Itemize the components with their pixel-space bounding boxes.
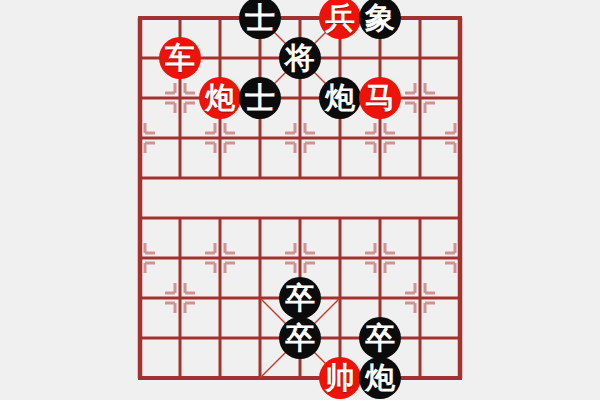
piece-black-advisor-1[interactable]: 士 <box>239 0 281 39</box>
piece-black-soldier-3[interactable]: 卒 <box>359 317 401 359</box>
piece-black-advisor-2[interactable]: 士 <box>239 77 281 119</box>
xiangqi-board: 士兵象车将炮士炮马卒卒卒帅炮 <box>0 0 600 400</box>
piece-black-soldier-1[interactable]: 卒 <box>279 277 321 319</box>
piece-red-cannon-1[interactable]: 炮 <box>199 77 241 119</box>
piece-black-soldier-2[interactable]: 卒 <box>279 317 321 359</box>
piece-red-soldier-1[interactable]: 兵 <box>319 0 361 39</box>
piece-black-elephant-1[interactable]: 象 <box>359 0 401 39</box>
piece-red-general[interactable]: 帅 <box>319 357 361 399</box>
piece-black-cannon-1[interactable]: 炮 <box>319 77 361 119</box>
piece-red-horse-1[interactable]: 马 <box>359 77 401 119</box>
piece-red-chariot-1[interactable]: 车 <box>159 37 201 79</box>
piece-black-general[interactable]: 将 <box>279 37 321 79</box>
piece-black-cannon-2[interactable]: 炮 <box>359 357 401 399</box>
board-intersections: 士兵象车将炮士炮马卒卒卒帅炮 <box>120 0 480 398</box>
